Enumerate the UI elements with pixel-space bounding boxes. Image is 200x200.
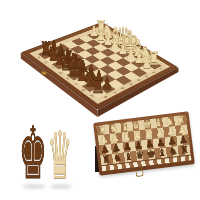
stored-piece: ♞ xyxy=(112,153,122,164)
board-tilt: 12345678abcdefgh xyxy=(38,0,162,122)
display-piece-black-king: ♚ xyxy=(19,117,47,189)
board-3d-wrap: 12345678abcdefgh xyxy=(21,22,179,110)
board-frame: 12345678abcdefgh xyxy=(21,22,179,110)
folded-set: ♜♞♝♛♚♝♞♜♟♟♟♟♟♟♟♟♟♟♟♟♟♟♟♟♜♞♝♛♚♝♞♜ xyxy=(93,111,195,175)
stored-piece: ♝ xyxy=(124,151,134,162)
stored-piece: ♜ xyxy=(179,145,189,156)
stored-piece: ♚ xyxy=(146,149,156,160)
chess-board: 12345678abcdefgh xyxy=(29,26,170,104)
stored-piece: ♝ xyxy=(157,147,167,158)
display-piece-white-queen: ♛ xyxy=(48,123,73,189)
stored-piece: ♞ xyxy=(168,146,178,157)
stored-piece: ♜ xyxy=(101,154,111,165)
stored-piece: ♛ xyxy=(135,150,145,161)
product-photo: 12345678abcdefgh ♜♞♝♛♚♝♞♜♟♟♟♟♟♟♟♟♟♟♟♟♟♟♟… xyxy=(0,0,200,200)
latch-icon xyxy=(136,169,145,177)
